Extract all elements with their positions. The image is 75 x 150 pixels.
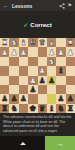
square-h2[interactable]: ♟ bbox=[0, 47, 9, 56]
white-pawn: ♟ bbox=[57, 48, 64, 57]
black-pawn: ♟ bbox=[20, 94, 27, 103]
black-pawn: ♟ bbox=[67, 94, 74, 103]
white-rook: ♜ bbox=[1, 38, 8, 47]
white-pawn: ♟ bbox=[20, 48, 27, 57]
white-rook: ♜ bbox=[67, 38, 74, 47]
square-b4[interactable]: ♝ bbox=[56, 66, 65, 75]
page-title: Lessons bbox=[12, 3, 56, 9]
square-a8[interactable]: ♜ bbox=[66, 104, 75, 113]
bottom-bar: → bbox=[0, 136, 75, 150]
square-d5[interactable]: ♟ bbox=[38, 76, 47, 85]
square-b5[interactable] bbox=[56, 76, 65, 85]
square-d7[interactable] bbox=[38, 94, 47, 103]
square-h7[interactable]: ♟ bbox=[0, 94, 9, 103]
square-g4[interactable] bbox=[9, 66, 18, 75]
square-e5[interactable]: ♟ bbox=[28, 76, 37, 85]
square-g1[interactable]: ♞ bbox=[9, 38, 18, 47]
square-e2[interactable] bbox=[28, 47, 37, 56]
square-h5[interactable] bbox=[0, 76, 9, 85]
black-pawn: ♟ bbox=[10, 94, 17, 103]
feedback-banner: ✓ Correct bbox=[0, 11, 75, 38]
black-pawn: ♟ bbox=[29, 85, 36, 94]
square-d2[interactable] bbox=[38, 47, 47, 56]
square-h1[interactable]: ♜ bbox=[0, 38, 9, 47]
black-bishop: ♝ bbox=[48, 104, 55, 113]
square-b8[interactable]: ♞ bbox=[56, 104, 65, 113]
square-e8[interactable]: ♚ bbox=[28, 104, 37, 113]
square-b3[interactable] bbox=[56, 57, 65, 66]
square-f8[interactable] bbox=[19, 104, 28, 113]
square-d3[interactable] bbox=[38, 57, 47, 66]
white-pawn: ♟ bbox=[39, 66, 46, 75]
square-d8[interactable]: ♛ bbox=[38, 104, 47, 113]
chess-board[interactable]: ♜♞♝♚♛♝♜♟♟♟♟♟♟♞♟♝♟♟♟♟♟♟♟♟♟♜♞♚♛♝♞♜ bbox=[0, 38, 75, 113]
white-pawn: ♟ bbox=[29, 76, 36, 85]
black-bishop: ♝ bbox=[57, 66, 64, 75]
top-bar: ← Lessons ⚑ bbox=[0, 0, 75, 11]
square-a6[interactable] bbox=[66, 85, 75, 94]
square-g2[interactable]: ♟ bbox=[9, 47, 18, 56]
square-h8[interactable]: ♜ bbox=[0, 104, 9, 113]
square-f7[interactable]: ♟ bbox=[19, 94, 28, 103]
square-b1[interactable] bbox=[56, 38, 65, 47]
square-c3[interactable]: ♞ bbox=[47, 57, 56, 66]
square-h3[interactable] bbox=[0, 57, 9, 66]
square-d1[interactable]: ♛ bbox=[38, 38, 47, 47]
white-pawn: ♟ bbox=[67, 48, 74, 57]
square-f3[interactable] bbox=[19, 57, 28, 66]
square-f2[interactable]: ♟ bbox=[19, 47, 28, 56]
square-b7[interactable]: ♟ bbox=[56, 94, 65, 103]
square-g5[interactable] bbox=[9, 76, 18, 85]
square-e6[interactable]: ♟ bbox=[28, 85, 37, 94]
square-a7[interactable]: ♟ bbox=[66, 94, 75, 103]
square-e4[interactable] bbox=[28, 66, 37, 75]
square-h6[interactable] bbox=[0, 85, 9, 94]
square-g6[interactable] bbox=[9, 85, 18, 94]
black-king: ♚ bbox=[29, 104, 36, 113]
white-pawn: ♟ bbox=[48, 48, 55, 57]
back-icon[interactable]: ← bbox=[3, 3, 9, 9]
square-c1[interactable]: ♝ bbox=[47, 38, 56, 47]
white-bishop: ♝ bbox=[48, 38, 55, 47]
square-a2[interactable]: ♟ bbox=[66, 47, 75, 56]
square-b6[interactable] bbox=[56, 85, 65, 94]
square-a4[interactable] bbox=[66, 66, 75, 75]
black-queen: ♛ bbox=[39, 104, 46, 113]
square-e7[interactable] bbox=[28, 94, 37, 103]
share-icon[interactable] bbox=[59, 3, 65, 9]
black-pawn: ♟ bbox=[48, 76, 55, 85]
square-g7[interactable]: ♟ bbox=[9, 94, 18, 103]
square-c6[interactable] bbox=[47, 85, 56, 94]
square-c8[interactable]: ♝ bbox=[47, 104, 56, 113]
square-a3[interactable] bbox=[66, 57, 75, 66]
square-e3[interactable] bbox=[28, 57, 37, 66]
next-button[interactable]: → bbox=[45, 136, 75, 150]
white-knight: ♞ bbox=[48, 57, 55, 66]
black-pawn: ♟ bbox=[39, 76, 46, 85]
check-icon: ✓ bbox=[23, 21, 28, 28]
square-d6[interactable] bbox=[38, 85, 47, 94]
black-rook: ♜ bbox=[1, 104, 8, 113]
flag-icon[interactable]: ⚑ bbox=[68, 3, 72, 8]
square-f1[interactable]: ♝ bbox=[19, 38, 28, 47]
expand-sheet-button[interactable] bbox=[0, 136, 45, 150]
square-g8[interactable]: ♞ bbox=[9, 104, 18, 113]
white-knight: ♞ bbox=[10, 38, 17, 47]
black-rook: ♜ bbox=[67, 104, 74, 113]
square-c5[interactable]: ♟ bbox=[47, 76, 56, 85]
square-f4[interactable] bbox=[19, 66, 28, 75]
square-g3[interactable] bbox=[9, 57, 18, 66]
square-d4[interactable]: ♟ bbox=[38, 66, 47, 75]
square-a5[interactable] bbox=[66, 76, 75, 85]
square-b2[interactable]: ♟ bbox=[56, 47, 65, 56]
square-a1[interactable]: ♜ bbox=[66, 38, 75, 47]
chevron-up-icon bbox=[20, 142, 26, 145]
square-c7[interactable] bbox=[47, 94, 56, 103]
white-bishop: ♝ bbox=[20, 38, 27, 47]
square-h4[interactable] bbox=[0, 66, 9, 75]
black-knight: ♞ bbox=[10, 104, 17, 113]
white-pawn: ♟ bbox=[1, 48, 8, 57]
black-knight: ♞ bbox=[57, 104, 64, 113]
lesson-text: This advance counterattacks d4 and hits … bbox=[0, 113, 75, 136]
square-f5[interactable] bbox=[19, 76, 28, 85]
white-pawn: ♟ bbox=[10, 48, 17, 57]
black-pawn: ♟ bbox=[57, 94, 64, 103]
white-queen: ♛ bbox=[39, 38, 46, 47]
square-c2[interactable]: ♟ bbox=[47, 47, 56, 56]
square-e1[interactable]: ♚ bbox=[28, 38, 37, 47]
square-f6[interactable] bbox=[19, 85, 28, 94]
square-c4[interactable] bbox=[47, 66, 56, 75]
feedback-label: Correct bbox=[30, 22, 51, 28]
white-king: ♚ bbox=[29, 38, 36, 47]
black-pawn: ♟ bbox=[1, 94, 8, 103]
